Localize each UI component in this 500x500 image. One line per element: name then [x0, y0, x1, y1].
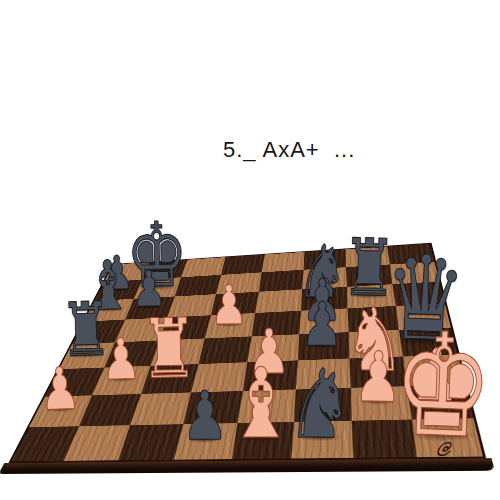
square-e7	[259, 270, 304, 292]
square-g7	[346, 264, 392, 286]
square-c4	[151, 338, 205, 365]
square-c1	[118, 424, 183, 460]
square-d2	[183, 391, 243, 424]
cartoon-canvas: 5._ AxA+ ... ♚♟♝♟♜♞♜♟♛♟♞♟♟♜♟♟♟♝♞♟♟♚	[0, 0, 500, 500]
board-plane	[10, 243, 480, 460]
square-d7	[216, 272, 262, 294]
square-e3	[243, 360, 298, 391]
square-c5	[159, 315, 210, 340]
square-f3	[296, 358, 351, 389]
square-e6	[255, 289, 302, 313]
square-h4	[399, 328, 458, 357]
square-e2	[238, 389, 296, 423]
square-f2	[294, 388, 352, 422]
square-f6	[301, 287, 348, 311]
square-f1	[292, 421, 354, 459]
square-f7	[302, 267, 347, 289]
square-h5	[396, 303, 451, 329]
square-e5	[252, 311, 301, 337]
square-h3	[403, 354, 465, 386]
board-grid	[8, 243, 486, 463]
square-h2	[407, 385, 474, 420]
square-f4	[298, 332, 350, 360]
square-f5	[299, 308, 348, 334]
square-g3	[350, 357, 407, 388]
square-e4	[247, 334, 299, 362]
square-g5	[348, 306, 399, 332]
square-h6	[393, 282, 445, 306]
square-c6	[167, 294, 216, 317]
square-d3	[191, 362, 247, 392]
square-h7	[390, 262, 440, 285]
square-d1	[174, 423, 238, 460]
square-c3	[141, 364, 198, 394]
square-d4	[198, 336, 251, 364]
square-g4	[349, 330, 403, 359]
square-e1	[232, 422, 294, 459]
chess-board: ♚♟♝♟♜♞♜♟♛♟♞♟♟♜♟♟♟♝♞♟♟♚	[0, 0, 500, 500]
square-g2	[351, 386, 412, 421]
square-d6	[211, 292, 259, 316]
square-g1	[352, 420, 417, 458]
square-d5	[205, 313, 255, 338]
square-c2	[130, 392, 191, 425]
square-g6	[347, 284, 396, 308]
